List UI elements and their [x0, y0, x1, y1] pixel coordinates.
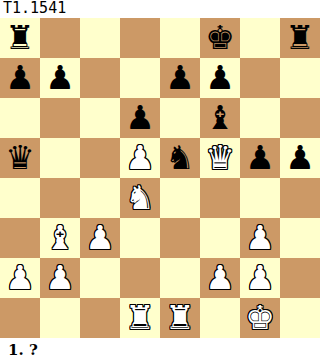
square-d3[interactable]: [120, 218, 160, 258]
black-rook-h8: ♜: [285, 18, 315, 58]
white-rook-e1: ♜: [165, 298, 195, 338]
square-g3[interactable]: ♟: [240, 218, 280, 258]
square-b4[interactable]: [40, 178, 80, 218]
black-pawn-d6: ♟: [125, 98, 155, 138]
square-b3[interactable]: ♝: [40, 218, 80, 258]
square-h3[interactable]: [280, 218, 320, 258]
square-f1[interactable]: [200, 298, 240, 338]
square-h8[interactable]: ♜: [280, 18, 320, 58]
black-pawn-g5: ♟: [245, 138, 275, 178]
square-c1[interactable]: [80, 298, 120, 338]
white-pawn-g2: ♟: [245, 258, 275, 298]
black-bishop-f6: ♝: [205, 98, 235, 138]
square-e4[interactable]: [160, 178, 200, 218]
square-e7[interactable]: ♟: [160, 58, 200, 98]
white-pawn-c3: ♟: [85, 218, 115, 258]
square-g1[interactable]: ♚: [240, 298, 280, 338]
white-king-g1: ♚: [245, 298, 275, 338]
square-a3[interactable]: [0, 218, 40, 258]
black-pawn-h5: ♟: [285, 138, 315, 178]
puzzle-title: T1.1541: [0, 0, 320, 18]
square-h6[interactable]: [280, 98, 320, 138]
square-b1[interactable]: [40, 298, 80, 338]
square-h1[interactable]: [280, 298, 320, 338]
square-g8[interactable]: [240, 18, 280, 58]
square-e8[interactable]: [160, 18, 200, 58]
black-pawn-a7: ♟: [5, 58, 35, 98]
square-b7[interactable]: ♟: [40, 58, 80, 98]
black-pawn-f7: ♟: [205, 58, 235, 98]
square-d7[interactable]: [120, 58, 160, 98]
square-a8[interactable]: ♜: [0, 18, 40, 58]
square-f4[interactable]: [200, 178, 240, 218]
black-pawn-e7: ♟: [165, 58, 195, 98]
white-pawn-f2: ♟: [205, 258, 235, 298]
black-pawn-b7: ♟: [45, 58, 75, 98]
square-g6[interactable]: [240, 98, 280, 138]
square-c8[interactable]: [80, 18, 120, 58]
black-rook-a8: ♜: [5, 18, 35, 58]
square-a6[interactable]: [0, 98, 40, 138]
white-pawn-d5: ♟: [125, 138, 155, 178]
chess-board: ♜♚♜♟♟♟♟♟♝♛♟♞♛♟♟♞♝♟♟♟♟♟♟♜♜♚: [0, 18, 320, 338]
square-d2[interactable]: [120, 258, 160, 298]
square-d4[interactable]: ♞: [120, 178, 160, 218]
white-pawn-g3: ♟: [245, 218, 275, 258]
white-pawn-a2: ♟: [5, 258, 35, 298]
square-a2[interactable]: ♟: [0, 258, 40, 298]
square-g7[interactable]: [240, 58, 280, 98]
move-prompt: 1. ?: [0, 338, 320, 360]
black-knight-e5: ♞: [165, 138, 195, 178]
square-c5[interactable]: [80, 138, 120, 178]
square-c4[interactable]: [80, 178, 120, 218]
square-e3[interactable]: [160, 218, 200, 258]
black-king-f8: ♚: [205, 18, 235, 58]
square-d5[interactable]: ♟: [120, 138, 160, 178]
white-queen-f5: ♛: [205, 138, 235, 178]
square-h5[interactable]: ♟: [280, 138, 320, 178]
square-g2[interactable]: ♟: [240, 258, 280, 298]
black-queen-a5: ♛: [5, 138, 35, 178]
square-b5[interactable]: [40, 138, 80, 178]
square-e6[interactable]: [160, 98, 200, 138]
square-c3[interactable]: ♟: [80, 218, 120, 258]
square-a7[interactable]: ♟: [0, 58, 40, 98]
white-rook-d1: ♜: [125, 298, 155, 338]
square-c7[interactable]: [80, 58, 120, 98]
square-a4[interactable]: [0, 178, 40, 218]
square-f7[interactable]: ♟: [200, 58, 240, 98]
square-h2[interactable]: [280, 258, 320, 298]
square-f8[interactable]: ♚: [200, 18, 240, 58]
square-a5[interactable]: ♛: [0, 138, 40, 178]
square-b8[interactable]: [40, 18, 80, 58]
square-a1[interactable]: [0, 298, 40, 338]
square-e2[interactable]: [160, 258, 200, 298]
square-h4[interactable]: [280, 178, 320, 218]
square-f6[interactable]: ♝: [200, 98, 240, 138]
square-c6[interactable]: [80, 98, 120, 138]
square-g5[interactable]: ♟: [240, 138, 280, 178]
white-knight-d4: ♞: [125, 178, 155, 218]
square-d1[interactable]: ♜: [120, 298, 160, 338]
square-b6[interactable]: [40, 98, 80, 138]
square-f5[interactable]: ♛: [200, 138, 240, 178]
square-e5[interactable]: ♞: [160, 138, 200, 178]
square-b2[interactable]: ♟: [40, 258, 80, 298]
square-d6[interactable]: ♟: [120, 98, 160, 138]
chess-puzzle-screen: T1.1541 ♜♚♜♟♟♟♟♟♝♛♟♞♛♟♟♞♝♟♟♟♟♟♟♜♜♚ 1. ?: [0, 0, 320, 360]
square-c2[interactable]: [80, 258, 120, 298]
white-pawn-b2: ♟: [45, 258, 75, 298]
square-g4[interactable]: [240, 178, 280, 218]
square-f2[interactable]: ♟: [200, 258, 240, 298]
square-f3[interactable]: [200, 218, 240, 258]
white-bishop-b3: ♝: [45, 218, 75, 258]
square-h7[interactable]: [280, 58, 320, 98]
square-d8[interactable]: [120, 18, 160, 58]
square-e1[interactable]: ♜: [160, 298, 200, 338]
